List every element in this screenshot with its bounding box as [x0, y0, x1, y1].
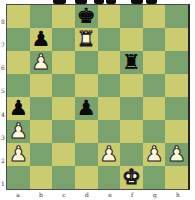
rank-label-4: 4: [0, 112, 6, 118]
square-f5[interactable]: [120, 74, 143, 97]
piece-black-pawn-d4: ♟: [77, 98, 96, 119]
cropped-piece-fragment: [106, 0, 116, 4]
file-label-f: f: [128, 192, 136, 198]
square-c1[interactable]: [52, 166, 75, 189]
rank-label-3: 3: [0, 135, 6, 141]
square-c3[interactable]: [52, 120, 75, 143]
chess-board: ♚♟♜♟♜♟♟♟♟♟♟♟♚: [6, 4, 190, 190]
cropped-piece-fragment: [75, 0, 87, 4]
square-g2[interactable]: ♟: [143, 143, 166, 166]
cropped-piece-fragment: [146, 0, 157, 4]
square-e5[interactable]: [98, 74, 121, 97]
piece-white-pawn-h2: ♟: [167, 144, 186, 165]
square-b5[interactable]: [30, 74, 53, 97]
square-d6[interactable]: [75, 51, 98, 74]
square-h2[interactable]: ♟: [165, 143, 188, 166]
file-label-c: c: [60, 192, 68, 198]
file-label-a: a: [14, 192, 22, 198]
rank-label-2: 2: [0, 158, 6, 164]
file-label-h: h: [174, 192, 182, 198]
square-h1[interactable]: [165, 166, 188, 189]
square-g3[interactable]: [143, 120, 166, 143]
square-c4[interactable]: [52, 97, 75, 120]
square-f8[interactable]: [120, 5, 143, 28]
square-a8[interactable]: [7, 5, 30, 28]
square-f2[interactable]: [120, 143, 143, 166]
square-a3[interactable]: ♟: [7, 120, 30, 143]
file-label-g: g: [151, 192, 159, 198]
file-label-d: d: [83, 192, 91, 198]
square-g1[interactable]: [143, 166, 166, 189]
rank-label-1: 1: [0, 181, 6, 187]
square-e4[interactable]: [98, 97, 121, 120]
piece-black-king-d8: ♚: [77, 6, 96, 27]
square-a4[interactable]: ♟: [7, 97, 30, 120]
square-f3[interactable]: [120, 120, 143, 143]
rank-label-5: 5: [0, 88, 6, 94]
square-g4[interactable]: [143, 97, 166, 120]
square-e3[interactable]: [98, 120, 121, 143]
square-g7[interactable]: [143, 28, 166, 51]
square-d3[interactable]: [75, 120, 98, 143]
square-g5[interactable]: [143, 74, 166, 97]
square-e7[interactable]: [98, 28, 121, 51]
piece-white-king-f1: ♚: [122, 167, 141, 188]
file-label-b: b: [37, 192, 45, 198]
square-b8[interactable]: [30, 5, 53, 28]
square-f4[interactable]: [120, 97, 143, 120]
square-f1[interactable]: ♚: [120, 166, 143, 189]
square-a5[interactable]: [7, 74, 30, 97]
square-b4[interactable]: [30, 97, 53, 120]
piece-white-pawn-g2: ♟: [145, 144, 164, 165]
square-e8[interactable]: [98, 5, 121, 28]
square-b7[interactable]: ♟: [30, 28, 53, 51]
cropped-piece-fragment: [131, 0, 143, 4]
square-b3[interactable]: [30, 120, 53, 143]
square-b2[interactable]: [30, 143, 53, 166]
square-d8[interactable]: ♚: [75, 5, 98, 28]
square-d1[interactable]: [75, 166, 98, 189]
square-b1[interactable]: [30, 166, 53, 189]
chess-app-screenshot: ♚♟♜♟♜♟♟♟♟♟♟♟♚ 8 7 6 5 4 3 2 1 a b c d e …: [0, 0, 195, 200]
square-d2[interactable]: [75, 143, 98, 166]
square-c2[interactable]: [52, 143, 75, 166]
square-h5[interactable]: [165, 74, 188, 97]
rank-label-8: 8: [0, 19, 6, 25]
square-a2[interactable]: ♟: [7, 143, 30, 166]
piece-white-pawn-a2: ♟: [9, 144, 28, 165]
square-h8[interactable]: [165, 5, 188, 28]
square-c8[interactable]: [52, 5, 75, 28]
square-b6[interactable]: ♟: [30, 51, 53, 74]
square-d4[interactable]: ♟: [75, 97, 98, 120]
piece-white-pawn-e2: ♟: [99, 144, 118, 165]
square-h3[interactable]: [165, 120, 188, 143]
square-c7[interactable]: [52, 28, 75, 51]
rank-label-6: 6: [0, 65, 6, 71]
square-c6[interactable]: [52, 51, 75, 74]
piece-white-rook-d7: ♜: [77, 29, 96, 50]
piece-black-rook-f6: ♜: [122, 52, 141, 73]
piece-black-pawn-a4: ♟: [9, 98, 28, 119]
square-h4[interactable]: [165, 97, 188, 120]
square-g6[interactable]: [143, 51, 166, 74]
square-h6[interactable]: [165, 51, 188, 74]
piece-white-pawn-a3: ♟: [9, 121, 28, 142]
square-a7[interactable]: [7, 28, 30, 51]
square-d7[interactable]: ♜: [75, 28, 98, 51]
square-e2[interactable]: ♟: [98, 143, 121, 166]
square-a1[interactable]: [7, 166, 30, 189]
square-g8[interactable]: [143, 5, 166, 28]
square-c5[interactable]: [52, 74, 75, 97]
square-f7[interactable]: [120, 28, 143, 51]
piece-black-pawn-b7: ♟: [32, 29, 51, 50]
piece-white-pawn-b6: ♟: [32, 52, 51, 73]
cropped-piece-fragment: [94, 0, 104, 4]
square-e6[interactable]: [98, 51, 121, 74]
file-label-e: e: [106, 192, 114, 198]
square-f6[interactable]: ♜: [120, 51, 143, 74]
cropped-piece-fragment: [53, 0, 66, 4]
rank-label-7: 7: [0, 42, 6, 48]
square-a6[interactable]: [7, 51, 30, 74]
square-e1[interactable]: [98, 166, 121, 189]
square-d5[interactable]: [75, 74, 98, 97]
square-h7[interactable]: [165, 28, 188, 51]
